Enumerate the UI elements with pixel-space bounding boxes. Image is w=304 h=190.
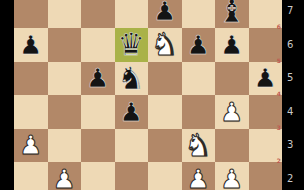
- square-g4[interactable]: ♟: [215, 95, 249, 129]
- square-h2[interactable]: 2: [249, 162, 283, 190]
- chess-board: ♟♝♟♛♞♟♟6♟♞♟5♟♟4♟♞3♟♟♟2: [14, 0, 282, 190]
- square-a6[interactable]: ♟: [14, 28, 48, 62]
- square-b2[interactable]: ♟: [48, 162, 82, 190]
- video-frame: ♟♝♟♛♞♟♟6♟♞♟5♟♟4♟♞3♟♟♟2 765432: [0, 0, 304, 190]
- black-knight-d5: ♞: [117, 63, 145, 94]
- square-g6[interactable]: ♟: [215, 28, 249, 62]
- black-pawn-f6: ♟: [187, 32, 210, 58]
- square-h5[interactable]: ♟5: [249, 62, 283, 96]
- square-b7[interactable]: [48, 0, 82, 28]
- square-f6[interactable]: ♟: [182, 28, 216, 62]
- square-h7[interactable]: [249, 0, 283, 28]
- black-pawn-a6: ♟: [19, 32, 42, 58]
- square-e7[interactable]: ♟: [148, 0, 182, 28]
- square-d2[interactable]: [115, 162, 149, 190]
- square-c3[interactable]: [81, 129, 115, 163]
- square-b4[interactable]: [48, 95, 82, 129]
- square-e5[interactable]: [148, 62, 182, 96]
- rank-label-2: 2: [287, 174, 293, 184]
- black-pawn-d4: ♟: [120, 99, 143, 125]
- square-g7[interactable]: ♝: [215, 0, 249, 28]
- square-a3[interactable]: ♟: [14, 129, 48, 163]
- black-pawn-g6: ♟: [220, 32, 243, 58]
- white-pawn-b2: ♟: [53, 166, 76, 190]
- square-a5[interactable]: [14, 62, 48, 96]
- rank-label-5: 5: [287, 73, 293, 83]
- square-c7[interactable]: [81, 0, 115, 28]
- square-e4[interactable]: [148, 95, 182, 129]
- square-d7[interactable]: [115, 0, 149, 28]
- black-pawn-e7: ♟: [153, 0, 176, 24]
- black-pawn-c5: ♟: [86, 65, 109, 91]
- square-a2[interactable]: [14, 162, 48, 190]
- square-f7[interactable]: [182, 0, 216, 28]
- square-f2[interactable]: ♟: [182, 162, 216, 190]
- square-c4[interactable]: [81, 95, 115, 129]
- black-queen-d6: ♛: [117, 29, 145, 60]
- square-h6[interactable]: 6: [249, 28, 283, 62]
- rank-label-4: 4: [287, 107, 293, 117]
- square-b5[interactable]: [48, 62, 82, 96]
- square-h3[interactable]: 3: [249, 129, 283, 163]
- square-c6[interactable]: [81, 28, 115, 62]
- square-c5[interactable]: ♟: [81, 62, 115, 96]
- square-e2[interactable]: [148, 162, 182, 190]
- square-g2[interactable]: ♟: [215, 162, 249, 190]
- square-d5[interactable]: ♞: [115, 62, 149, 96]
- white-knight-e6: ♞: [151, 29, 179, 60]
- square-e3[interactable]: [148, 129, 182, 163]
- square-g3[interactable]: [215, 129, 249, 163]
- square-e6[interactable]: ♞: [148, 28, 182, 62]
- white-pawn-g2: ♟: [220, 166, 243, 190]
- white-pawn-g4: ♟: [220, 99, 243, 125]
- white-knight-f3: ♞: [184, 130, 212, 161]
- square-b3[interactable]: [48, 129, 82, 163]
- square-g5[interactable]: [215, 62, 249, 96]
- rank-label-7: 7: [287, 6, 293, 16]
- square-d6[interactable]: ♛: [115, 28, 149, 62]
- black-pawn-h5: ♟: [254, 65, 277, 91]
- square-a4[interactable]: [14, 95, 48, 129]
- white-pawn-f2: ♟: [187, 166, 210, 190]
- white-pawn-a3: ♟: [19, 132, 42, 158]
- rank-label-3: 3: [287, 140, 293, 150]
- square-c2[interactable]: [81, 162, 115, 190]
- square-d3[interactable]: [115, 129, 149, 163]
- rank-labels-strip: 765432: [282, 0, 304, 190]
- square-b6[interactable]: [48, 28, 82, 62]
- square-h4[interactable]: 4: [249, 95, 283, 129]
- square-a7[interactable]: [14, 0, 48, 28]
- square-f5[interactable]: [182, 62, 216, 96]
- square-f4[interactable]: [182, 95, 216, 129]
- square-f3[interactable]: ♞: [182, 129, 216, 163]
- rank-label-6: 6: [287, 40, 293, 50]
- square-d4[interactable]: ♟: [115, 95, 149, 129]
- black-bishop-g7: ♝: [218, 0, 246, 27]
